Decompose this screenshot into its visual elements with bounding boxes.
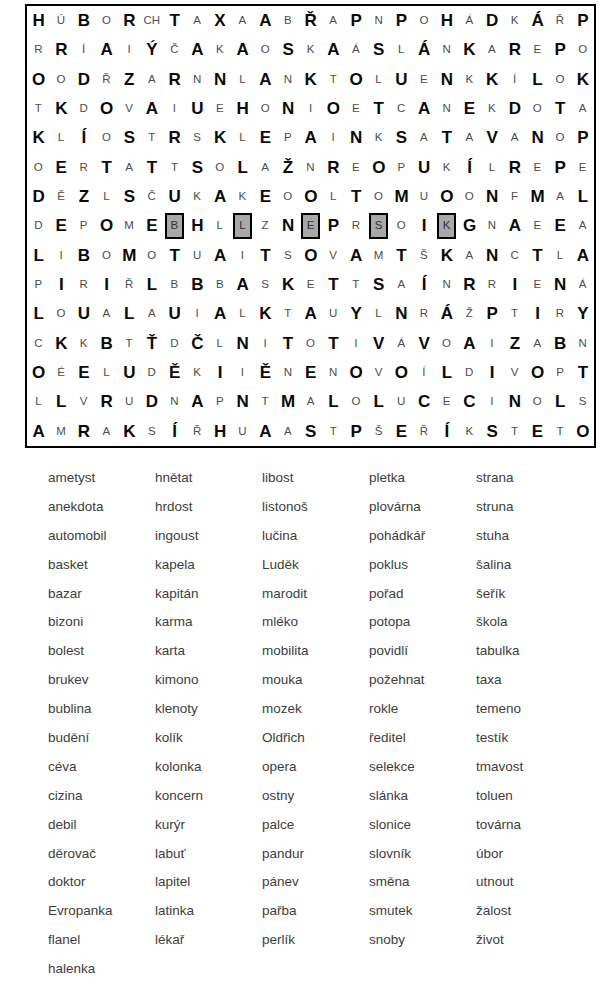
grid-cell-r7-c11: E xyxy=(254,182,277,211)
word-item: snoby xyxy=(369,925,476,954)
grid-cell-r6-c16: O xyxy=(367,153,390,182)
grid-cell-r15-c17: E xyxy=(390,417,413,446)
grid-cell-r11-c1: L xyxy=(27,299,50,328)
grid-cell-r4-c18: A xyxy=(413,94,436,123)
grid-cell-r14-c2: L xyxy=(50,387,73,416)
grid-cell-r10-c5: Ř xyxy=(118,270,141,299)
grid-cell-r11-c5: L xyxy=(118,299,141,328)
grid-cell-r4-c9: E xyxy=(208,94,231,123)
grid-cell-r10-c24: N xyxy=(549,270,572,299)
word-item: povidlí xyxy=(369,636,476,665)
grid-cell-r12-c23: A xyxy=(526,329,549,358)
grid-cell-r10-c23: E xyxy=(526,270,549,299)
grid-cell-r9-c24: L xyxy=(549,241,572,270)
grid-cell-r14-c24: L xyxy=(549,387,572,416)
word-item: opera xyxy=(262,752,369,781)
word-item: Luděk xyxy=(262,550,369,579)
grid-cell-r8-c7: B xyxy=(163,211,186,240)
grid-cell-r7-c7: U xyxy=(163,182,186,211)
grid-cell-r5-c17: S xyxy=(390,123,413,152)
grid-cell-r2-c18: Á xyxy=(413,35,436,64)
grid-cell-r9-c3: B xyxy=(72,241,95,270)
grid-cell-r14-c20: C xyxy=(458,387,481,416)
word-item: lučina xyxy=(262,521,369,550)
grid-cell-r10-c20: R xyxy=(458,270,481,299)
grid-cell-r3-c3: D xyxy=(72,65,95,94)
grid-cell-r11-c14: U xyxy=(322,299,345,328)
grid-cell-r9-c20: A xyxy=(458,241,481,270)
grid-cell-r12-c22: Z xyxy=(503,329,526,358)
word-item: stuha xyxy=(476,521,583,550)
word-item: anekdota xyxy=(48,492,155,521)
grid-cell-r14-c15: O xyxy=(345,387,368,416)
word-list-column-1: ametystanekdotaautomobilbasketbazarbizon… xyxy=(48,463,155,982)
grid-cell-r15-c8: Ř xyxy=(186,417,209,446)
grid-cell-r3-c19: N xyxy=(435,65,458,94)
grid-cell-r3-c18: E xyxy=(413,65,436,94)
grid-cell-r1-c5: R xyxy=(118,6,141,35)
grid-cell-r9-c14: V xyxy=(322,241,345,270)
grid-cell-r14-c11: T xyxy=(254,387,277,416)
grid-cell-r8-c6: E xyxy=(140,211,163,240)
word-item: ingoust xyxy=(155,521,262,550)
grid-cell-r13-c21: I xyxy=(481,358,504,387)
grid-cell-r14-c1: L xyxy=(27,387,50,416)
word-item: kapitán xyxy=(155,579,262,608)
word-item: bolest xyxy=(48,636,155,665)
grid-cell-r12-c4: B xyxy=(95,329,118,358)
grid-cell-r8-c10: L xyxy=(231,211,254,240)
grid-cell-r11-c2: O xyxy=(50,299,73,328)
grid-cell-r9-c10: I xyxy=(231,241,254,270)
word-item: listonoš xyxy=(262,492,369,521)
word-item: Evropanka xyxy=(48,896,155,925)
grid-cell-r11-c10: L xyxy=(231,299,254,328)
grid-cell-r15-c18: Ř xyxy=(413,417,436,446)
grid-cell-r2-c10: A xyxy=(231,35,254,64)
grid-cell-r14-c25: S xyxy=(571,387,594,416)
grid-cell-r4-c12: N xyxy=(276,94,299,123)
grid-cell-r9-c15: A xyxy=(345,241,368,270)
grid-cell-r9-c18: Š xyxy=(413,241,436,270)
grid-cell-r2-c4: A xyxy=(95,35,118,64)
word-item: kimono xyxy=(155,665,262,694)
grid-cell-r12-c16: V xyxy=(367,329,390,358)
grid-cell-r6-c14: R xyxy=(322,153,345,182)
grid-cell-r7-c24: A xyxy=(549,182,572,211)
grid-cell-r6-c4: T xyxy=(95,153,118,182)
grid-cell-r12-c3: K xyxy=(72,329,95,358)
grid-cell-r12-c24: B xyxy=(549,329,572,358)
grid-cell-r6-c11: A xyxy=(254,153,277,182)
grid-cell-r2-c24: P xyxy=(549,35,572,64)
grid-cell-r1-c12: B xyxy=(276,6,299,35)
word-item: ametyst xyxy=(48,463,155,492)
grid-cell-r2-c7: Č xyxy=(163,35,186,64)
grid-cell-r6-c23: E xyxy=(526,153,549,182)
grid-cell-r15-c4: A xyxy=(95,417,118,446)
grid-cell-r1-c6: CH xyxy=(140,6,163,35)
word-item: perlík xyxy=(262,925,369,954)
grid-cell-r1-c7: T xyxy=(163,6,186,35)
grid-cell-r12-c8: Č xyxy=(186,329,209,358)
grid-cell-r4-c17: C xyxy=(390,94,413,123)
word-item: směna xyxy=(369,867,476,896)
grid-cell-r14-c19: E xyxy=(435,387,458,416)
word-item: karma xyxy=(155,607,262,636)
grid-cell-r13-c13: E xyxy=(299,358,322,387)
grid-cell-r8-c21: N xyxy=(481,211,504,240)
grid-cell-r10-c12: K xyxy=(276,270,299,299)
grid-cell-r3-c7: R xyxy=(163,65,186,94)
grid-cell-r12-c15: I xyxy=(345,329,368,358)
grid-cell-r14-c23: O xyxy=(526,387,549,416)
grid-cell-r1-c2: Ú xyxy=(50,6,73,35)
grid-cell-r12-c9: L xyxy=(208,329,231,358)
grid-cell-r15-c16: Š xyxy=(367,417,390,446)
grid-cell-r14-c4: R xyxy=(95,387,118,416)
grid-cell-r7-c2: Ě xyxy=(50,182,73,211)
grid-cell-r5-c9: K xyxy=(208,123,231,152)
word-item: budění xyxy=(48,723,155,752)
grid-cell-r15-c20: K xyxy=(458,417,481,446)
grid-cell-r15-c13: S xyxy=(299,417,322,446)
grid-cell-r7-c1: D xyxy=(27,182,50,211)
grid-cell-r6-c9: O xyxy=(208,153,231,182)
grid-cell-r14-c10: N xyxy=(231,387,254,416)
grid-cell-r12-c13: O xyxy=(299,329,322,358)
grid-cell-r3-c25: K xyxy=(571,65,594,94)
grid-cell-r13-c17: O xyxy=(390,358,413,387)
grid-cell-r2-c13: K xyxy=(299,35,322,64)
word-item: debil xyxy=(48,810,155,839)
grid-cell-r10-c10: A xyxy=(231,270,254,299)
grid-cell-r1-c3: B xyxy=(72,6,95,35)
grid-cell-r1-c10: A xyxy=(231,6,254,35)
grid-cell-r7-c12: O xyxy=(276,182,299,211)
word-item: bizoni xyxy=(48,607,155,636)
word-item: lapitel xyxy=(155,867,262,896)
grid-cell-r9-c9: A xyxy=(208,241,231,270)
word-item: život xyxy=(476,925,583,954)
word-item: temeno xyxy=(476,694,583,723)
grid-cell-r7-c18: U xyxy=(413,182,436,211)
grid-cell-r2-c16: S xyxy=(367,35,390,64)
word-item: plovárna xyxy=(369,492,476,521)
grid-cell-r6-c17: P xyxy=(390,153,413,182)
grid-cell-r3-c17: U xyxy=(390,65,413,94)
grid-cell-r15-c7: Í xyxy=(163,417,186,446)
grid-cell-r9-c2: I xyxy=(50,241,73,270)
grid-cell-r11-c17: N xyxy=(390,299,413,328)
grid-cell-r5-c2: L xyxy=(50,123,73,152)
grid-cell-r12-c10: N xyxy=(231,329,254,358)
grid-cell-r1-c19: H xyxy=(435,6,458,35)
grid-cell-r3-c8: N xyxy=(186,65,209,94)
grid-cell-r14-c17: U xyxy=(390,387,413,416)
grid-cell-r10-c17: A xyxy=(390,270,413,299)
grid-cell-r8-c14: P xyxy=(322,211,345,240)
grid-cell-r4-c16: T xyxy=(367,94,390,123)
grid-cell-r11-c4: A xyxy=(95,299,118,328)
grid-cell-r12-c14: T xyxy=(322,329,345,358)
grid-cell-r12-c19: O xyxy=(435,329,458,358)
word-item: smutek xyxy=(369,896,476,925)
grid-cell-r2-c2: R xyxy=(50,35,73,64)
grid-cell-r5-c21: V xyxy=(481,123,504,152)
grid-cell-r7-c23: M xyxy=(526,182,549,211)
grid-cell-r12-c25: N xyxy=(571,329,594,358)
grid-cell-r8-c4: O xyxy=(95,211,118,240)
grid-cell-r14-c12: M xyxy=(276,387,299,416)
grid-cell-r11-c11: K xyxy=(254,299,277,328)
grid-cell-r3-c10: L xyxy=(231,65,254,94)
grid-cell-r4-c10: H xyxy=(231,94,254,123)
grid-cell-r3-c15: O xyxy=(345,65,368,94)
word-item: slonice xyxy=(369,810,476,839)
grid-cell-r2-c12: S xyxy=(276,35,299,64)
grid-cell-r4-c8: U xyxy=(186,94,209,123)
grid-cell-r7-c25: L xyxy=(571,182,594,211)
grid-cell-r8-c25: A xyxy=(571,211,594,240)
grid-cell-r14-c22: N xyxy=(503,387,526,416)
grid-cell-r10-c22: I xyxy=(503,270,526,299)
grid-cell-r6-c3: R xyxy=(72,153,95,182)
grid-cell-r11-c15: Y xyxy=(345,299,368,328)
grid-cell-r7-c16: O xyxy=(367,182,390,211)
word-item: karta xyxy=(155,636,262,665)
grid-cell-r11-c8: I xyxy=(186,299,209,328)
grid-cell-r1-c13: Ř xyxy=(299,6,322,35)
grid-cell-r4-c19: N xyxy=(435,94,458,123)
word-item: klenoty xyxy=(155,694,262,723)
grid-cell-r10-c15: T xyxy=(345,270,368,299)
grid-cell-r15-c19: Í xyxy=(435,417,458,446)
grid-cell-r15-c14: T xyxy=(322,417,345,446)
word-item: požehnat xyxy=(369,665,476,694)
grid-cell-r5-c22: A xyxy=(503,123,526,152)
word-item: hrdost xyxy=(155,492,262,521)
grid-cell-r8-c12: N xyxy=(276,211,299,240)
grid-cell-r12-c1: C xyxy=(27,329,50,358)
grid-cell-r4-c14: O xyxy=(322,94,345,123)
word-item: utnout xyxy=(476,867,583,896)
word-list-column-5: stranastrunastuhašalinašeříkškolatabulka… xyxy=(476,463,583,982)
grid-cell-r14-c6: D xyxy=(140,387,163,416)
grid-cell-r11-c6: A xyxy=(140,299,163,328)
grid-cell-r11-c12: T xyxy=(276,299,299,328)
grid-cell-r10-c19: N xyxy=(435,270,458,299)
grid-cell-r2-c15: Á xyxy=(345,35,368,64)
grid-cell-r3-c23: L xyxy=(526,65,549,94)
grid-cell-r5-c4: O xyxy=(95,123,118,152)
grid-cell-r9-c25: A xyxy=(571,241,594,270)
grid-cell-r7-c14: L xyxy=(322,182,345,211)
grid-cell-r14-c14: L xyxy=(322,387,345,416)
grid-cell-r1-c1: H xyxy=(27,6,50,35)
grid-cell-r13-c12: N xyxy=(276,358,299,387)
grid-cell-r8-c13: E xyxy=(299,211,322,240)
grid-cell-r2-c21: A xyxy=(481,35,504,64)
word-list-column-4: pletkaplovárnapohádkářpokluspořadpotopap… xyxy=(369,463,476,982)
grid-cell-r4-c25: A xyxy=(571,94,594,123)
grid-cell-r5-c16: K xyxy=(367,123,390,152)
grid-cell-r13-c8: K xyxy=(186,358,209,387)
grid-cell-r14-c21: I xyxy=(481,387,504,416)
grid-cell-r5-c11: E xyxy=(254,123,277,152)
grid-cell-r4-c23: O xyxy=(526,94,549,123)
word-item: taxa xyxy=(476,665,583,694)
grid-cell-r1-c22: K xyxy=(503,6,526,35)
grid-cell-r13-c4: L xyxy=(95,358,118,387)
grid-cell-r6-c8: S xyxy=(186,153,209,182)
word-item: basket xyxy=(48,550,155,579)
word-item: děrovač xyxy=(48,839,155,868)
word-item: tabulka xyxy=(476,636,583,665)
grid-cell-r4-c13: I xyxy=(299,94,322,123)
word-list-column-2: hnětathrdostingoustkapelakapitánkarmakar… xyxy=(155,463,262,982)
grid-cell-r14-c16: L xyxy=(367,387,390,416)
grid-cell-r13-c5: U xyxy=(118,358,141,387)
grid-cell-r5-c13: A xyxy=(299,123,322,152)
grid-cell-r8-c5: M xyxy=(118,211,141,240)
grid-cell-r2-c25: O xyxy=(571,35,594,64)
grid-cell-r13-c23: O xyxy=(526,358,549,387)
word-item: továrna xyxy=(476,810,583,839)
grid-cell-r1-c17: P xyxy=(390,6,413,35)
word-item: mouka xyxy=(262,665,369,694)
grid-cell-r6-c10: L xyxy=(231,153,254,182)
grid-cell-r5-c18: A xyxy=(413,123,436,152)
grid-cell-r7-c22: F xyxy=(503,182,526,211)
word-item: marodit xyxy=(262,579,369,608)
grid-cell-r9-c11: T xyxy=(254,241,277,270)
grid-cell-r15-c25: O xyxy=(571,417,594,446)
grid-cell-r9-c8: U xyxy=(186,241,209,270)
grid-cell-r9-c16: M xyxy=(367,241,390,270)
grid-cell-r10-c13: E xyxy=(299,270,322,299)
word-item: kolonka xyxy=(155,752,262,781)
grid-cell-r6-c20: Í xyxy=(458,153,481,182)
word-item: pletka xyxy=(369,463,476,492)
grid-cell-r11-c9: A xyxy=(208,299,231,328)
grid-cell-r5-c8: S xyxy=(186,123,209,152)
grid-cell-r8-c9: L xyxy=(208,211,231,240)
grid-cell-r6-c22: R xyxy=(503,153,526,182)
word-item: pohádkář xyxy=(369,521,476,550)
grid-cell-r6-c25: E xyxy=(571,153,594,182)
grid-cell-r10-c2: I xyxy=(50,270,73,299)
word-item: ředitel xyxy=(369,723,476,752)
grid-cell-r1-c23: Á xyxy=(526,6,549,35)
grid-cell-r13-c7: Ě xyxy=(163,358,186,387)
grid-cell-r3-c24: O xyxy=(549,65,572,94)
word-item: automobil xyxy=(48,521,155,550)
grid-cell-r10-c6: L xyxy=(140,270,163,299)
grid-cell-r15-c5: K xyxy=(118,417,141,446)
grid-cell-r10-c3: R xyxy=(72,270,95,299)
word-item: hnětat xyxy=(155,463,262,492)
grid-cell-r2-c6: Ý xyxy=(140,35,163,64)
grid-cell-r5-c19: T xyxy=(435,123,458,152)
grid-cell-r10-c16: S xyxy=(367,270,390,299)
grid-cell-r11-c20: Ž xyxy=(458,299,481,328)
grid-cell-r7-c17: M xyxy=(390,182,413,211)
grid-cell-r14-c9: P xyxy=(208,387,231,416)
grid-cell-r7-c4: L xyxy=(95,182,118,211)
grid-cell-r9-c4: O xyxy=(95,241,118,270)
grid-cell-r11-c16: L xyxy=(367,299,390,328)
grid-cell-r11-c13: A xyxy=(299,299,322,328)
grid-cell-r6-c19: K xyxy=(435,153,458,182)
grid-cell-r5-c3: Í xyxy=(72,123,95,152)
grid-cell-r4-c15: E xyxy=(345,94,368,123)
grid-cell-r10-c11: S xyxy=(254,270,277,299)
grid-cell-r8-c8: H xyxy=(186,211,209,240)
word-item: koncern xyxy=(155,781,262,810)
grid-cell-r15-c3: R xyxy=(72,417,95,446)
grid-cell-r15-c10: U xyxy=(231,417,254,446)
grid-cell-r10-c14: T xyxy=(322,270,345,299)
grid-cell-r11-c7: U xyxy=(163,299,186,328)
grid-cell-r15-c2: M xyxy=(50,417,73,446)
grid-cell-r2-c23: E xyxy=(526,35,549,64)
grid-cell-r13-c3: E xyxy=(72,358,95,387)
grid-cell-r7-c19: O xyxy=(435,182,458,211)
grid-cell-r14-c8: A xyxy=(186,387,209,416)
grid-cell-r10-c18: Í xyxy=(413,270,436,299)
grid-cell-r6-c21: L xyxy=(481,153,504,182)
word-item: cizina xyxy=(48,781,155,810)
grid-cell-r10-c1: P xyxy=(27,270,50,299)
grid-cell-r3-c14: T xyxy=(322,65,345,94)
grid-cell-r9-c1: L xyxy=(27,241,50,270)
grid-cell-r9-c23: T xyxy=(526,241,549,270)
grid-cell-r11-c23: I xyxy=(526,299,549,328)
grid-cell-r3-c16: L xyxy=(367,65,390,94)
grid-cell-r15-c6: S xyxy=(140,417,163,446)
word-item: brukev xyxy=(48,665,155,694)
word-item: pořad xyxy=(369,579,476,608)
word-item: halenka xyxy=(48,954,155,982)
grid-cell-r4-c4: O xyxy=(95,94,118,123)
word-item: labuť xyxy=(155,839,262,868)
word-item: potopa xyxy=(369,607,476,636)
grid-cell-r3-c20: K xyxy=(458,65,481,94)
grid-cell-r12-c12: T xyxy=(276,329,299,358)
grid-cell-r4-c3: D xyxy=(72,94,95,123)
grid-cell-r5-c25: P xyxy=(571,123,594,152)
grid-cell-r9-c19: K xyxy=(435,241,458,270)
grid-cell-r15-c9: H xyxy=(208,417,231,446)
grid-cell-r3-c11: A xyxy=(254,65,277,94)
highlighted-solution-cell: E xyxy=(301,213,320,239)
grid-cell-r3-c4: Ř xyxy=(95,65,118,94)
grid-cell-r11-c21: P xyxy=(481,299,504,328)
word-item: kurýr xyxy=(155,810,262,839)
grid-cell-r2-c9: K xyxy=(208,35,231,64)
word-item: struna xyxy=(476,492,583,521)
word-item: kolík xyxy=(155,723,262,752)
word-item: žalost xyxy=(476,896,583,925)
grid-cell-r15-c22: T xyxy=(503,417,526,446)
grid-cell-r4-c21: K xyxy=(481,94,504,123)
grid-cell-r9-c7: T xyxy=(163,241,186,270)
grid-cell-r6-c1: O xyxy=(27,153,50,182)
grid-cell-r9-c22: C xyxy=(503,241,526,270)
grid-cell-r8-c22: A xyxy=(503,211,526,240)
grid-cell-r2-c17: L xyxy=(390,35,413,64)
